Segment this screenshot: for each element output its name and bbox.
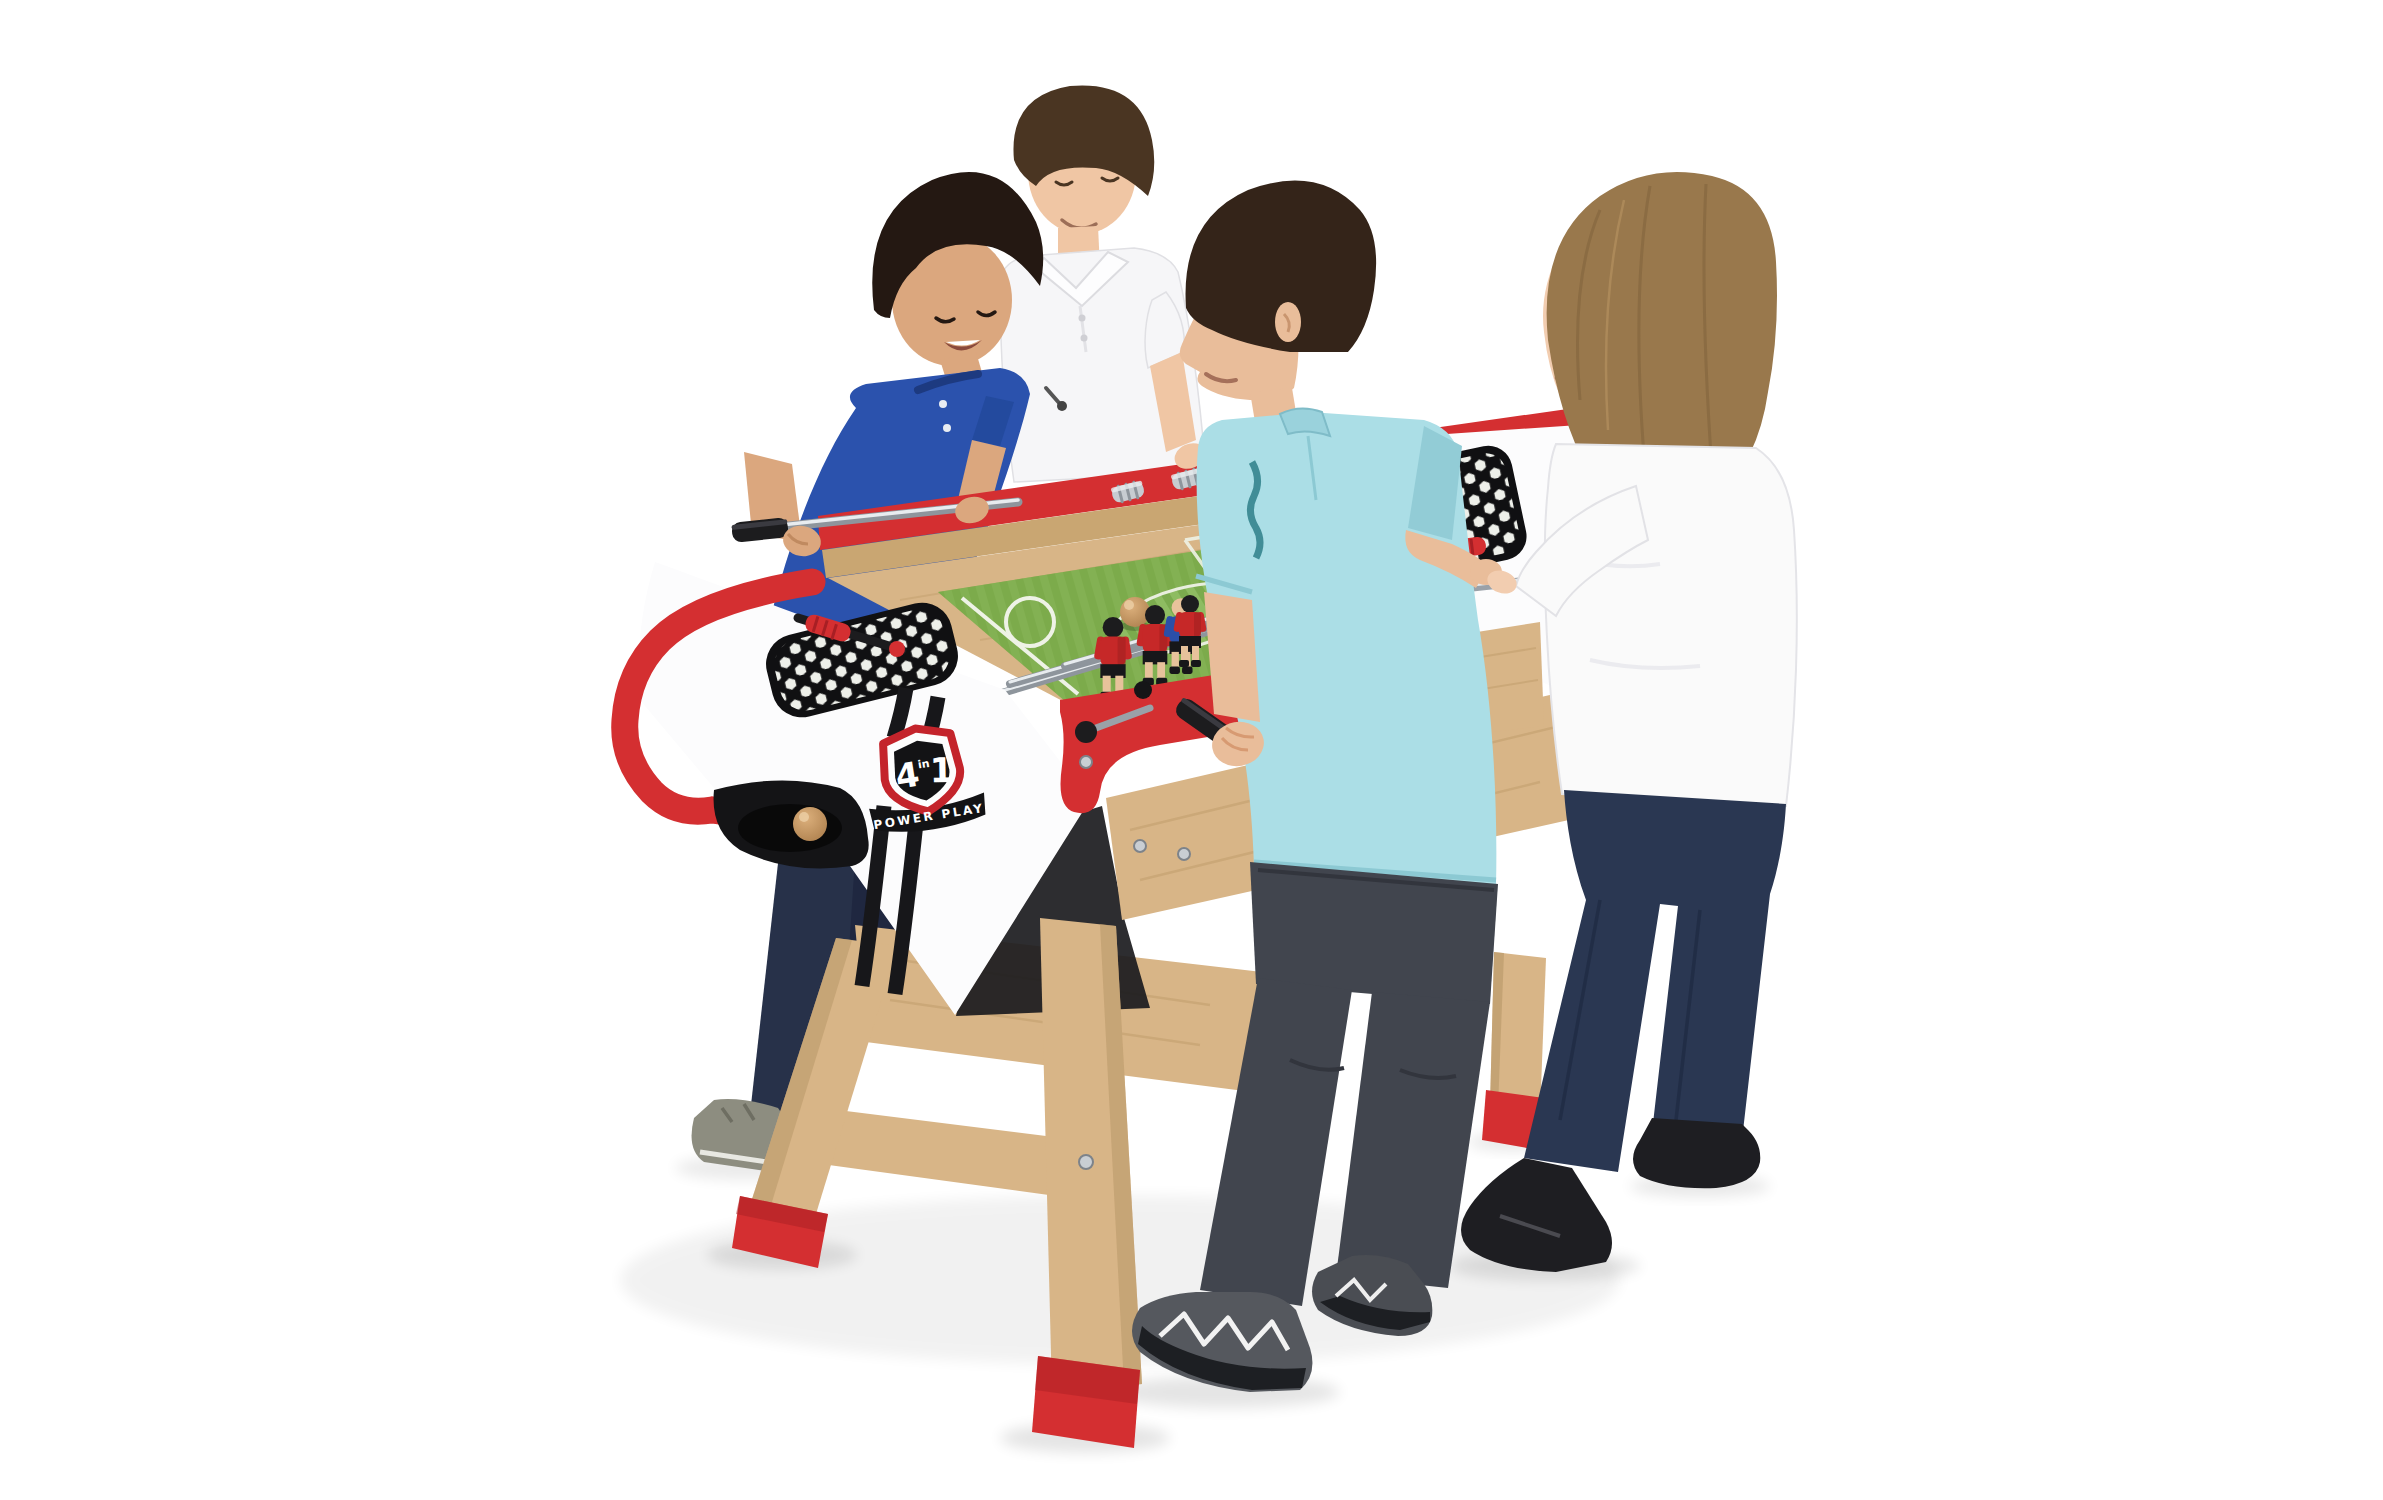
- girl-jeans: [1524, 790, 1786, 1172]
- rod-bumper: [1134, 681, 1152, 699]
- child-white-polo-boy: [1001, 85, 1206, 482]
- screw: [1079, 1155, 1093, 1169]
- black-ball-handle: [1075, 721, 1097, 743]
- girl-shoe: [1633, 1118, 1760, 1188]
- photo-stage: 4 in 1 POWER PLAY: [0, 0, 2383, 1500]
- foosball-scene: 4 in 1 POWER PLAY: [0, 0, 2383, 1500]
- boy3-collar: [1280, 408, 1330, 436]
- girl-shoe: [1461, 1158, 1612, 1272]
- badge-in: in: [917, 757, 931, 772]
- screw: [1080, 756, 1092, 768]
- boy2-zip-pull: [1057, 401, 1067, 411]
- boy1-handle-grip: [731, 517, 789, 543]
- girl-top: [1545, 444, 1797, 806]
- badge-number-1: 1: [929, 750, 953, 790]
- spare-ball: [793, 807, 827, 841]
